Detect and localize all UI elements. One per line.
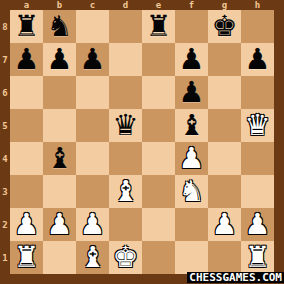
rank-label-5: 5 [0, 109, 10, 142]
black-pawn: ♟ [179, 78, 205, 107]
chess-diagram: abcdefgh 87654321 ♜♞♜♚♟♟♟♟♟♟♛♝♛♝♟♝♞♟♟♟♟♟… [0, 0, 284, 284]
square-h6 [241, 76, 274, 109]
square-g5 [208, 109, 241, 142]
white-bishop: ♝ [113, 177, 139, 206]
rank-label-7: 7 [0, 43, 10, 76]
rank-labels: 87654321 [0, 10, 10, 274]
square-f1 [175, 241, 208, 274]
white-pawn: ♟ [179, 144, 205, 173]
square-c3 [76, 175, 109, 208]
white-knight: ♞ [179, 177, 205, 206]
square-d1: ♚ [109, 241, 142, 274]
white-rook: ♜ [245, 243, 271, 272]
square-b3 [43, 175, 76, 208]
square-g1 [208, 241, 241, 274]
square-e3 [142, 175, 175, 208]
rank-label-8: 8 [0, 10, 10, 43]
square-d6 [109, 76, 142, 109]
square-d5: ♛ [109, 109, 142, 142]
black-pawn: ♟ [80, 45, 106, 74]
square-b4: ♝ [43, 142, 76, 175]
black-pawn: ♟ [245, 45, 271, 74]
white-king: ♚ [113, 243, 139, 272]
square-c4 [76, 142, 109, 175]
square-e2 [142, 208, 175, 241]
square-a7: ♟ [10, 43, 43, 76]
square-c7: ♟ [76, 43, 109, 76]
black-knight: ♞ [47, 12, 73, 41]
square-g4 [208, 142, 241, 175]
rank-label-4: 4 [0, 142, 10, 175]
square-a1: ♜ [10, 241, 43, 274]
square-g8: ♚ [208, 10, 241, 43]
square-a8: ♜ [10, 10, 43, 43]
square-f3: ♞ [175, 175, 208, 208]
square-g7 [208, 43, 241, 76]
square-c6 [76, 76, 109, 109]
square-h8 [241, 10, 274, 43]
white-queen: ♛ [245, 111, 271, 140]
rank-label-6: 6 [0, 76, 10, 109]
square-h1: ♜ [241, 241, 274, 274]
square-g2: ♟ [208, 208, 241, 241]
file-label-d: d [109, 0, 142, 10]
square-e1 [142, 241, 175, 274]
white-rook: ♜ [14, 243, 40, 272]
square-e7 [142, 43, 175, 76]
white-pawn: ♟ [245, 210, 271, 239]
square-c5 [76, 109, 109, 142]
square-c1: ♝ [76, 241, 109, 274]
square-c8 [76, 10, 109, 43]
square-b2: ♟ [43, 208, 76, 241]
black-bishop: ♝ [47, 144, 73, 173]
chessgames-watermark: CHESSGAMES.COM [187, 272, 284, 283]
square-b5 [43, 109, 76, 142]
square-h7: ♟ [241, 43, 274, 76]
square-d2 [109, 208, 142, 241]
square-f6: ♟ [175, 76, 208, 109]
white-bishop: ♝ [80, 243, 106, 272]
square-d4 [109, 142, 142, 175]
square-a3 [10, 175, 43, 208]
square-g3 [208, 175, 241, 208]
chess-board: ♜♞♜♚♟♟♟♟♟♟♛♝♛♝♟♝♞♟♟♟♟♟♜♝♚♜ [10, 10, 274, 274]
square-f8 [175, 10, 208, 43]
square-a6 [10, 76, 43, 109]
square-h3 [241, 175, 274, 208]
white-pawn: ♟ [80, 210, 106, 239]
rank-label-1: 1 [0, 241, 10, 274]
black-pawn: ♟ [47, 45, 73, 74]
file-label-f: f [175, 0, 208, 10]
square-h4 [241, 142, 274, 175]
square-b1 [43, 241, 76, 274]
square-c2: ♟ [76, 208, 109, 241]
black-pawn: ♟ [179, 45, 205, 74]
square-b6 [43, 76, 76, 109]
square-g6 [208, 76, 241, 109]
square-f4: ♟ [175, 142, 208, 175]
white-pawn: ♟ [212, 210, 238, 239]
black-queen: ♛ [113, 111, 139, 140]
file-label-h: h [241, 0, 274, 10]
square-e4 [142, 142, 175, 175]
square-d3: ♝ [109, 175, 142, 208]
black-pawn: ♟ [14, 45, 40, 74]
black-king: ♚ [212, 12, 238, 41]
rank-label-3: 3 [0, 175, 10, 208]
square-a5 [10, 109, 43, 142]
square-b7: ♟ [43, 43, 76, 76]
black-bishop: ♝ [179, 111, 205, 140]
white-pawn: ♟ [14, 210, 40, 239]
square-h5: ♛ [241, 109, 274, 142]
rank-label-2: 2 [0, 208, 10, 241]
square-e8: ♜ [142, 10, 175, 43]
square-e5 [142, 109, 175, 142]
square-d8 [109, 10, 142, 43]
square-f7: ♟ [175, 43, 208, 76]
white-pawn: ♟ [47, 210, 73, 239]
square-f5: ♝ [175, 109, 208, 142]
square-e6 [142, 76, 175, 109]
square-a4 [10, 142, 43, 175]
square-h2: ♟ [241, 208, 274, 241]
black-rook: ♜ [146, 12, 172, 41]
black-rook: ♜ [14, 12, 40, 41]
square-f2 [175, 208, 208, 241]
square-b8: ♞ [43, 10, 76, 43]
square-a2: ♟ [10, 208, 43, 241]
square-d7 [109, 43, 142, 76]
file-label-c: c [76, 0, 109, 10]
